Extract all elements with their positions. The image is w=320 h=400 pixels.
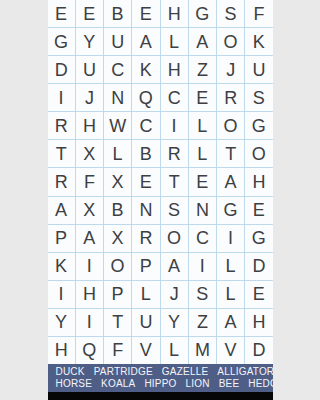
grid-cell-r11c5[interactable]: J bbox=[161, 281, 188, 308]
grid-cell-r2c5[interactable]: L bbox=[161, 28, 188, 55]
grid-cell-r3c3[interactable]: C bbox=[104, 56, 131, 83]
grid-cell-r9c8[interactable]: G bbox=[245, 225, 272, 252]
grid-cell-r4c6[interactable]: E bbox=[189, 84, 216, 111]
grid-cell-r7c4[interactable]: E bbox=[132, 168, 159, 195]
grid-cell-r10c7[interactable]: L bbox=[217, 253, 244, 280]
grid-cell-r3c8[interactable]: U bbox=[245, 56, 272, 83]
grid-cell-r3c5[interactable]: H bbox=[161, 56, 188, 83]
grid-cell-r1c6[interactable]: G bbox=[189, 0, 216, 27]
grid-cell-r3c6[interactable]: Z bbox=[189, 56, 216, 83]
grid-cell-r6c3[interactable]: L bbox=[104, 140, 131, 167]
word-list-item-partridge: PARTRIDGE bbox=[94, 366, 153, 377]
grid-cell-r12c2[interactable]: I bbox=[76, 309, 103, 336]
word-list-item-alligator: ALLIGATOR bbox=[217, 366, 272, 377]
grid-cell-r13c4[interactable]: V bbox=[132, 337, 159, 364]
grid-cell-r9c7[interactable]: I bbox=[217, 225, 244, 252]
grid-cell-r1c5[interactable]: H bbox=[161, 0, 188, 27]
grid-cell-r11c8[interactable]: E bbox=[245, 281, 272, 308]
grid-cell-r9c1[interactable]: P bbox=[48, 225, 75, 252]
grid-cell-r11c4[interactable]: L bbox=[132, 281, 159, 308]
grid-cell-r7c6[interactable]: E bbox=[189, 168, 216, 195]
word-list-item-horse: HORSE bbox=[56, 378, 93, 389]
grid-cell-r13c5[interactable]: L bbox=[161, 337, 188, 364]
grid-cell-r6c8[interactable]: O bbox=[245, 140, 272, 167]
grid-cell-r10c1[interactable]: K bbox=[48, 253, 75, 280]
grid-cell-r10c8[interactable]: D bbox=[245, 253, 272, 280]
grid-cell-r8c7[interactable]: G bbox=[217, 197, 244, 224]
grid-cell-r6c4[interactable]: B bbox=[132, 140, 159, 167]
grid-cell-r4c2[interactable]: J bbox=[76, 84, 103, 111]
grid-cell-r10c2[interactable]: I bbox=[76, 253, 103, 280]
grid-cell-r12c5[interactable]: Y bbox=[161, 309, 188, 336]
grid-cell-r12c8[interactable]: H bbox=[245, 309, 272, 336]
grid-cell-r6c2[interactable]: X bbox=[76, 140, 103, 167]
grid-cell-r10c3[interactable]: O bbox=[104, 253, 131, 280]
word-list-item-hedgehog: HEDGEHOG bbox=[248, 378, 272, 389]
word-list-bar: DUCKPARTRIDGEGAZELLEALLIGATORHORSEKOALAH… bbox=[48, 364, 273, 392]
grid-cell-r5c4[interactable]: C bbox=[132, 112, 159, 139]
grid-cell-r9c3[interactable]: X bbox=[104, 225, 131, 252]
grid-cell-r2c4[interactable]: A bbox=[132, 28, 159, 55]
grid-cell-r1c1[interactable]: E bbox=[48, 0, 75, 27]
grid-cell-r3c4[interactable]: K bbox=[132, 56, 159, 83]
grid-cell-r5c1[interactable]: R bbox=[48, 112, 75, 139]
grid-cell-r11c6[interactable]: S bbox=[189, 281, 216, 308]
bottom-black-bar bbox=[48, 392, 273, 400]
grid-cell-r8c8[interactable]: E bbox=[245, 197, 272, 224]
grid-cell-r1c8[interactable]: F bbox=[245, 0, 272, 27]
grid-cell-r5c2[interactable]: H bbox=[76, 112, 103, 139]
grid-cell-r13c6[interactable]: M bbox=[189, 337, 216, 364]
grid-cell-r3c1[interactable]: D bbox=[48, 56, 75, 83]
grid-cell-r11c1[interactable]: I bbox=[48, 281, 75, 308]
grid-cell-r10c5[interactable]: A bbox=[161, 253, 188, 280]
grid-cell-r2c2[interactable]: Y bbox=[76, 28, 103, 55]
grid-cell-r3c7[interactable]: J bbox=[217, 56, 244, 83]
grid-cell-r2c6[interactable]: A bbox=[189, 28, 216, 55]
grid-cell-r1c7[interactable]: S bbox=[217, 0, 244, 27]
grid-cell-r13c2[interactable]: Q bbox=[76, 337, 103, 364]
grid-cell-r4c7[interactable]: R bbox=[217, 84, 244, 111]
grid-cell-r12c3[interactable]: T bbox=[104, 309, 131, 336]
grid-cell-r4c1[interactable]: I bbox=[48, 84, 75, 111]
grid-cell-r11c7[interactable]: L bbox=[217, 281, 244, 308]
grid-cell-r4c4[interactable]: Q bbox=[132, 84, 159, 111]
word-list-item-gazelle: GAZELLE bbox=[162, 366, 208, 377]
grid-cell-r8c2[interactable]: X bbox=[76, 197, 103, 224]
word-list-item-bee: BEE bbox=[219, 378, 240, 389]
grid-cell-r6c6[interactable]: L bbox=[189, 140, 216, 167]
grid-cell-r1c2[interactable]: E bbox=[76, 0, 103, 27]
word-search-app: EEBEHGSFGYUALAOKDUCKHZJUIJNQCERSRHWCILOG… bbox=[48, 0, 273, 400]
grid-cell-r8c1[interactable]: A bbox=[48, 197, 75, 224]
grid-cell-r13c8[interactable]: D bbox=[245, 337, 272, 364]
grid-cell-r7c3[interactable]: X bbox=[104, 168, 131, 195]
grid-cell-r9c2[interactable]: A bbox=[76, 225, 103, 252]
grid-cell-r9c4[interactable]: R bbox=[132, 225, 159, 252]
grid-cell-r5c3[interactable]: W bbox=[104, 112, 131, 139]
grid-cell-r2c3[interactable]: U bbox=[104, 28, 131, 55]
grid-cell-r5c5[interactable]: I bbox=[161, 112, 188, 139]
grid-cell-r2c8[interactable]: K bbox=[245, 28, 272, 55]
grid-cell-r8c6[interactable]: N bbox=[189, 197, 216, 224]
grid-cell-r1c3[interactable]: B bbox=[104, 0, 131, 27]
grid-cell-r13c3[interactable]: F bbox=[104, 337, 131, 364]
grid-cell-r12c6[interactable]: Z bbox=[189, 309, 216, 336]
grid-cell-r7c7[interactable]: A bbox=[217, 168, 244, 195]
grid-cell-r6c1[interactable]: T bbox=[48, 140, 75, 167]
grid-cell-r10c4[interactable]: P bbox=[132, 253, 159, 280]
grid-cell-r4c8[interactable]: S bbox=[245, 84, 272, 111]
word-list-line-1: DUCKPARTRIDGEGAZELLEALLIGATOR bbox=[56, 366, 265, 379]
word-list-item-duck: DUCK bbox=[56, 366, 85, 377]
grid-cell-r4c5[interactable]: C bbox=[161, 84, 188, 111]
word-list-item-lion: LION bbox=[186, 378, 210, 389]
grid-cell-r8c3[interactable]: B bbox=[104, 197, 131, 224]
grid-cell-r6c5[interactable]: R bbox=[161, 140, 188, 167]
grid-cell-r7c1[interactable]: R bbox=[48, 168, 75, 195]
grid-cell-r3c2[interactable]: U bbox=[76, 56, 103, 83]
grid-cell-r1c4[interactable]: E bbox=[132, 0, 159, 27]
grid-cell-r11c2[interactable]: H bbox=[76, 281, 103, 308]
grid-cell-r7c2[interactable]: F bbox=[76, 168, 103, 195]
grid-cell-r13c1[interactable]: H bbox=[48, 337, 75, 364]
grid-cell-r7c8[interactable]: H bbox=[245, 168, 272, 195]
grid-cell-r9c6[interactable]: C bbox=[189, 225, 216, 252]
word-list-item-koala: KOALA bbox=[101, 378, 135, 389]
grid-cell-r11c3[interactable]: P bbox=[104, 281, 131, 308]
word-list-line-2: HORSEKOALAHIPPOLIONBEEHEDGEHOG bbox=[56, 378, 265, 391]
grid-cell-r2c7[interactable]: O bbox=[217, 28, 244, 55]
grid-cell-r9c5[interactable]: O bbox=[161, 225, 188, 252]
grid-cell-r6c7[interactable]: T bbox=[217, 140, 244, 167]
grid-cell-r7c5[interactable]: T bbox=[161, 168, 188, 195]
grid-cell-r12c7[interactable]: A bbox=[217, 309, 244, 336]
word-list-item-hippo: HIPPO bbox=[144, 378, 176, 389]
grid-cell-r8c4[interactable]: N bbox=[132, 197, 159, 224]
grid-cell-r4c3[interactable]: N bbox=[104, 84, 131, 111]
grid-cell-r5c6[interactable]: L bbox=[189, 112, 216, 139]
grid-cell-r12c1[interactable]: Y bbox=[48, 309, 75, 336]
grid-cell-r5c7[interactable]: O bbox=[217, 112, 244, 139]
grid-cell-r13c7[interactable]: V bbox=[217, 337, 244, 364]
grid-cell-r2c1[interactable]: G bbox=[48, 28, 75, 55]
grid-cell-r5c8[interactable]: G bbox=[245, 112, 272, 139]
grid-cell-r8c5[interactable]: S bbox=[161, 197, 188, 224]
grid-cell-r10c6[interactable]: I bbox=[189, 253, 216, 280]
letter-grid: EEBEHGSFGYUALAOKDUCKHZJUIJNQCERSRHWCILOG… bbox=[48, 0, 273, 364]
grid-cell-r12c4[interactable]: U bbox=[132, 309, 159, 336]
